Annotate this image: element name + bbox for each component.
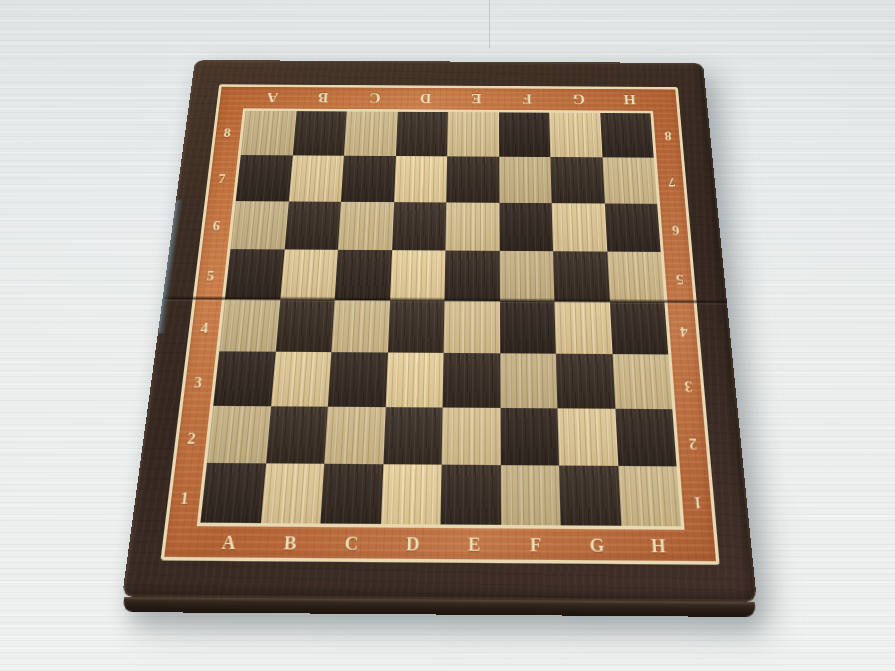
square-h7 — [602, 157, 657, 203]
rank-labels-right-6: 6 — [660, 205, 691, 254]
rank-labels-right-7: 7 — [657, 158, 688, 205]
file-labels-top-d: D — [399, 86, 451, 109]
square-d2 — [383, 407, 443, 465]
board-plane: ABCDEFGH ABCDEFGH 87654321 87654321 — [120, 60, 759, 617]
square-c6 — [338, 202, 394, 250]
square-b2 — [266, 406, 328, 463]
square-b7 — [288, 155, 344, 201]
square-e6 — [445, 202, 499, 250]
file-labels-top-e: E — [451, 87, 502, 110]
rank-labels-right-2: 2 — [676, 414, 711, 473]
square-f6 — [499, 203, 553, 251]
file-labels-top-h: H — [603, 87, 656, 110]
square-f5 — [499, 251, 554, 301]
square-e3 — [443, 353, 500, 408]
square-b3 — [271, 352, 332, 407]
square-e8 — [447, 112, 499, 157]
square-c5 — [335, 250, 392, 300]
board-face: ABCDEFGH ABCDEFGH 87654321 87654321 — [122, 60, 757, 602]
square-f4 — [499, 301, 555, 354]
square-a7 — [236, 155, 293, 201]
square-a2 — [207, 406, 271, 463]
square-c2 — [324, 407, 385, 465]
plank-joint-line — [489, 0, 490, 48]
square-d1 — [380, 464, 441, 524]
file-labels-bottom-a: A — [196, 526, 261, 560]
file-labels-bottom-e: E — [443, 528, 505, 562]
square-f3 — [500, 353, 558, 408]
file-labels-top-b: B — [297, 86, 350, 109]
file-labels-bottom-b: B — [258, 527, 322, 561]
file-labels-bottom-c: C — [320, 527, 383, 561]
square-a5 — [225, 249, 284, 299]
square-d7 — [394, 156, 447, 202]
square-f7 — [499, 157, 552, 203]
square-d5 — [390, 250, 446, 300]
square-g5 — [553, 251, 609, 302]
square-h3 — [612, 354, 672, 409]
square-a1 — [200, 463, 265, 523]
square-a3 — [213, 351, 275, 406]
playing-field — [197, 108, 685, 530]
rank-labels-left-6: 6 — [200, 202, 233, 251]
square-h5 — [607, 252, 665, 303]
table-surface: ABCDEFGH ABCDEFGH 87654321 87654321 — [0, 0, 895, 671]
file-labels-top-f: F — [502, 87, 553, 110]
file-labels-bottom-g: G — [566, 529, 629, 563]
square-a6 — [230, 201, 288, 249]
square-e5 — [444, 251, 499, 301]
file-labels-bottom-h: H — [627, 529, 691, 563]
file-labels-top-c: C — [348, 86, 400, 109]
square-f2 — [500, 408, 559, 466]
square-g4 — [554, 301, 612, 354]
square-b5 — [280, 249, 338, 299]
square-f1 — [500, 465, 560, 525]
square-g6 — [552, 203, 607, 251]
square-g8 — [549, 113, 602, 158]
square-g3 — [556, 354, 615, 409]
square-e2 — [442, 408, 501, 466]
square-a8 — [241, 111, 296, 156]
square-h2 — [615, 409, 677, 467]
square-d4 — [387, 300, 444, 353]
rank-labels-left-3: 3 — [180, 355, 216, 411]
square-b1 — [260, 463, 324, 523]
file-labels-top-g: G — [553, 87, 605, 110]
square-f8 — [498, 112, 550, 157]
rank-labels-left-4: 4 — [187, 302, 222, 355]
square-g2 — [557, 408, 617, 466]
file-labels-top: ABCDEFGH — [246, 85, 656, 111]
square-d8 — [395, 112, 447, 157]
file-labels-bottom-f: F — [505, 528, 567, 562]
square-h6 — [604, 203, 660, 251]
rank-labels-left-7: 7 — [206, 156, 238, 203]
file-labels-bottom: ABCDEFGH — [196, 526, 690, 563]
file-labels-top-a: A — [246, 85, 299, 108]
rank-labels-left-8: 8 — [211, 111, 242, 156]
rank-labels-right-5: 5 — [664, 254, 696, 305]
square-b8 — [292, 111, 346, 156]
square-b4 — [275, 299, 334, 352]
square-d3 — [385, 353, 443, 408]
square-h4 — [609, 302, 668, 355]
square-g1 — [559, 466, 621, 526]
square-h8 — [600, 113, 654, 158]
rank-labels-right-3: 3 — [672, 358, 706, 414]
square-c8 — [344, 111, 397, 156]
rank-labels-right-4: 4 — [668, 305, 701, 358]
square-g7 — [550, 157, 604, 203]
square-c7 — [341, 156, 396, 202]
square-c1 — [320, 464, 382, 524]
square-d6 — [392, 202, 447, 250]
rank-labels-left-2: 2 — [173, 410, 210, 468]
file-labels-bottom-d: D — [381, 528, 443, 562]
rank-labels-left-5: 5 — [193, 251, 227, 302]
square-c3 — [328, 352, 388, 407]
square-b6 — [284, 201, 341, 249]
square-e7 — [446, 156, 499, 202]
square-e1 — [440, 465, 500, 525]
square-h1 — [618, 466, 681, 526]
rank-labels-right-8: 8 — [653, 113, 683, 158]
rank-labels-right-1: 1 — [680, 472, 716, 533]
square-a4 — [219, 299, 280, 352]
square-c4 — [331, 300, 389, 353]
square-e4 — [444, 301, 500, 354]
